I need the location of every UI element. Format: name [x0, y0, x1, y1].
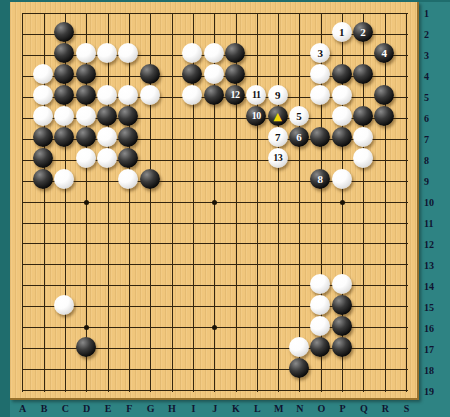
row-label-14: 14 — [424, 280, 434, 291]
grid-line-vertical — [172, 13, 173, 391]
stone-E8[interactable] — [97, 148, 117, 168]
triangle-mark-icon: ▲ — [273, 111, 281, 122]
panel-left-edge — [0, 0, 10, 417]
col-label-M: M — [274, 403, 283, 414]
stone-C9[interactable] — [54, 169, 74, 189]
row-label-7: 7 — [424, 134, 429, 145]
grid-line-vertical — [108, 13, 109, 391]
stone-I3[interactable] — [182, 43, 202, 63]
grid-line-vertical — [257, 13, 258, 391]
stone-F8[interactable] — [118, 148, 138, 168]
stone-P7[interactable] — [332, 127, 352, 147]
stone-Q2[interactable]: 2 — [353, 22, 373, 42]
stone-J4[interactable] — [204, 64, 224, 84]
stone-F5[interactable] — [118, 85, 138, 105]
stone-C4[interactable] — [54, 64, 74, 84]
col-label-O: O — [317, 403, 325, 414]
stone-M8[interactable]: 13 — [268, 148, 288, 168]
col-label-L: L — [254, 403, 261, 414]
stone-P17[interactable] — [332, 337, 352, 357]
row-label-19: 19 — [424, 385, 434, 396]
grid-line-vertical — [129, 13, 130, 391]
star-point-J16 — [212, 325, 217, 330]
stone-K3[interactable] — [225, 43, 245, 63]
stone-C6[interactable] — [54, 106, 74, 126]
stone-I5[interactable] — [182, 85, 202, 105]
col-label-Q: Q — [360, 403, 368, 414]
move-number-label: 8 — [318, 174, 324, 185]
col-label-G: G — [147, 403, 155, 414]
stone-F7[interactable] — [118, 127, 138, 147]
stone-P14[interactable] — [332, 274, 352, 294]
row-label-5: 5 — [424, 92, 429, 103]
row-label-3: 3 — [424, 50, 429, 61]
stone-E5[interactable] — [97, 85, 117, 105]
stone-Q6[interactable] — [353, 106, 373, 126]
move-number-label: 1 — [339, 27, 345, 38]
grid-line-vertical — [406, 13, 407, 391]
row-label-11: 11 — [424, 218, 433, 229]
grid-line-vertical — [278, 13, 279, 391]
stone-R3[interactable]: 4 — [374, 43, 394, 63]
stone-Q8[interactable] — [353, 148, 373, 168]
stone-N18[interactable] — [289, 358, 309, 378]
col-label-C: C — [62, 403, 69, 414]
col-label-E: E — [105, 403, 112, 414]
row-label-12: 12 — [424, 238, 434, 249]
stone-D5[interactable] — [76, 85, 96, 105]
move-number-label: 2 — [360, 27, 366, 38]
stone-O3[interactable]: 3 — [310, 43, 330, 63]
grid-line-horizontal — [23, 243, 408, 244]
stone-B6[interactable] — [33, 106, 53, 126]
stone-C2[interactable] — [54, 22, 74, 42]
stone-N7[interactable]: 6 — [289, 127, 309, 147]
star-point-J10 — [212, 200, 217, 205]
goban[interactable]: 12341211910▲576138 — [10, 2, 419, 400]
row-label-16: 16 — [424, 322, 434, 333]
grid-line-horizontal — [23, 223, 408, 224]
row-label-1: 1 — [424, 8, 429, 19]
col-label-P: P — [340, 403, 346, 414]
grid-line-horizontal — [23, 369, 408, 370]
stone-D6[interactable] — [76, 106, 96, 126]
col-label-I: I — [191, 403, 195, 414]
stone-E6[interactable] — [97, 106, 117, 126]
col-label-B: B — [41, 403, 48, 414]
grid-line-horizontal — [23, 264, 408, 265]
col-label-A: A — [19, 403, 26, 414]
stone-I4[interactable] — [182, 64, 202, 84]
grid-line-vertical — [385, 13, 386, 391]
stone-K4[interactable] — [225, 64, 245, 84]
panel-top-edge — [0, 0, 450, 2]
stone-C5[interactable] — [54, 85, 74, 105]
col-label-R: R — [382, 403, 389, 414]
go-app-board-panel: 12341211910▲576138 ABCDEFGHIJKLMNOPQRS 1… — [0, 0, 450, 417]
stone-O7[interactable] — [310, 127, 330, 147]
stone-P4[interactable] — [332, 64, 352, 84]
stone-O4[interactable] — [310, 64, 330, 84]
row-label-15: 15 — [424, 301, 434, 312]
grid-line-vertical — [299, 13, 300, 391]
grid-line-horizontal — [23, 13, 408, 14]
stone-E7[interactable] — [97, 127, 117, 147]
stone-M7[interactable]: 7 — [268, 127, 288, 147]
stone-L6[interactable]: 10 — [246, 106, 266, 126]
move-number-label: 4 — [382, 48, 388, 59]
star-point-D10 — [84, 200, 89, 205]
stone-L5[interactable]: 11 — [246, 85, 266, 105]
stone-O14[interactable] — [310, 274, 330, 294]
star-point-D16 — [84, 325, 89, 330]
stone-M5[interactable]: 9 — [268, 85, 288, 105]
col-label-F: F — [126, 403, 132, 414]
stone-J3[interactable] — [204, 43, 224, 63]
move-number-label: 12 — [231, 90, 240, 100]
stone-J5[interactable] — [204, 85, 224, 105]
stone-G4[interactable] — [140, 64, 160, 84]
stone-C3[interactable] — [54, 43, 74, 63]
move-number-label: 11 — [252, 90, 260, 100]
grid-line-horizontal — [23, 390, 408, 391]
stone-B4[interactable] — [33, 64, 53, 84]
stone-G9[interactable] — [140, 169, 160, 189]
stone-D3[interactable] — [76, 43, 96, 63]
row-label-9: 9 — [424, 176, 429, 187]
row-label-17: 17 — [424, 343, 434, 354]
stone-D7[interactable] — [76, 127, 96, 147]
move-number-label: 6 — [296, 132, 302, 143]
stone-C7[interactable] — [54, 127, 74, 147]
row-label-2: 2 — [424, 29, 429, 40]
move-number-label: 7 — [275, 132, 281, 143]
stone-B7[interactable] — [33, 127, 53, 147]
stone-B8[interactable] — [33, 148, 53, 168]
stone-P6[interactable] — [332, 106, 352, 126]
stone-P16[interactable] — [332, 316, 352, 336]
stone-P5[interactable] — [332, 85, 352, 105]
stone-E3[interactable] — [97, 43, 117, 63]
stone-D8[interactable] — [76, 148, 96, 168]
stone-G5[interactable] — [140, 85, 160, 105]
stone-O15[interactable] — [310, 295, 330, 315]
row-label-8: 8 — [424, 155, 429, 166]
stone-Q4[interactable] — [353, 64, 373, 84]
move-number-label: 10 — [252, 111, 261, 121]
row-label-13: 13 — [424, 259, 434, 270]
stone-O9[interactable]: 8 — [310, 169, 330, 189]
stone-P15[interactable] — [332, 295, 352, 315]
stone-F6[interactable] — [118, 106, 138, 126]
move-number-label: 9 — [275, 90, 281, 101]
grid-line-vertical — [22, 13, 23, 391]
stone-O16[interactable] — [310, 316, 330, 336]
stone-N6[interactable]: 5 — [289, 106, 309, 126]
stone-R6[interactable] — [374, 106, 394, 126]
stone-Q7[interactable] — [353, 127, 373, 147]
col-label-J: J — [212, 403, 217, 414]
stone-O17[interactable] — [310, 337, 330, 357]
stone-F3[interactable] — [118, 43, 138, 63]
stone-N17[interactable] — [289, 337, 309, 357]
col-label-N: N — [296, 403, 303, 414]
row-label-4: 4 — [424, 71, 429, 82]
stone-P9[interactable] — [332, 169, 352, 189]
row-label-10: 10 — [424, 197, 434, 208]
stone-K5[interactable]: 12 — [225, 85, 245, 105]
col-label-H: H — [168, 403, 176, 414]
col-label-D: D — [83, 403, 90, 414]
col-label-K: K — [232, 403, 240, 414]
move-number-label: 5 — [296, 111, 302, 122]
stone-B9[interactable] — [33, 169, 53, 189]
move-number-label: 3 — [318, 48, 324, 59]
move-number-label: 13 — [273, 153, 282, 163]
stone-M6[interactable]: ▲ — [268, 106, 288, 126]
stone-O5[interactable] — [310, 85, 330, 105]
stone-D4[interactable] — [76, 64, 96, 84]
stone-F9[interactable] — [118, 169, 138, 189]
stone-D17[interactable] — [76, 337, 96, 357]
star-point-P10 — [340, 200, 345, 205]
stone-C15[interactable] — [54, 295, 74, 315]
stone-R5[interactable] — [374, 85, 394, 105]
stone-P2[interactable]: 1 — [332, 22, 352, 42]
col-label-S: S — [404, 403, 410, 414]
stone-B5[interactable] — [33, 85, 53, 105]
row-label-18: 18 — [424, 364, 434, 375]
row-label-6: 6 — [424, 113, 429, 124]
